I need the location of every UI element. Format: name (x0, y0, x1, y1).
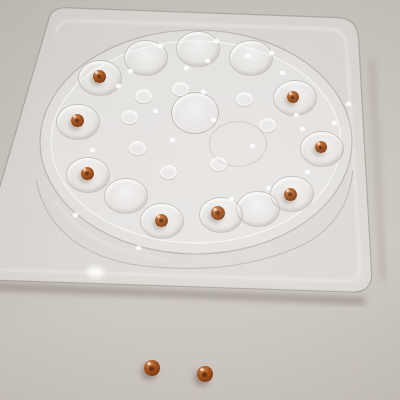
rim-highlight-1 (87, 266, 104, 278)
ring-well-11-empty[interactable] (176, 31, 220, 67)
plastic-sparkle-1 (158, 44, 163, 48)
plastic-sparkle-11 (332, 121, 337, 125)
plastic-sparkle-13 (266, 186, 271, 190)
inner-dimple-5 (210, 157, 227, 171)
inner-dimple-4 (259, 118, 276, 132)
inner-dimple-1 (135, 89, 152, 103)
plastic-sparkle-18 (116, 84, 121, 88)
ring-well-3-empty[interactable] (236, 191, 280, 227)
inner-dimple-7 (129, 141, 146, 155)
plastic-sparkle-15 (201, 90, 206, 94)
ring-well-12-empty[interactable] (229, 40, 273, 76)
plastic-sparkle-12 (90, 148, 95, 152)
ring-well-6-empty[interactable] (104, 178, 148, 214)
inner-dimple-6 (160, 165, 177, 179)
bead-on-tray-8[interactable] (287, 91, 299, 103)
plastic-sparkle-16 (250, 144, 255, 148)
board-layer (0, 0, 400, 400)
plastic-sparkle-4 (269, 51, 274, 55)
plastic-sparkle-22 (73, 213, 78, 217)
center-well[interactable] (171, 92, 219, 134)
loose-bead-1[interactable] (144, 360, 160, 376)
bead-on-tray-5[interactable] (211, 206, 225, 220)
plastic-sparkle-20 (229, 197, 234, 201)
bead-on-tray-7[interactable] (315, 141, 327, 153)
plastic-sparkle-6 (214, 39, 219, 43)
plastic-sparkle-21 (136, 246, 141, 250)
plastic-sparkle-10 (300, 127, 305, 131)
plastic-sparkle-2 (205, 59, 210, 63)
bead-on-tray-4[interactable] (155, 214, 168, 227)
inner-dimple-3 (236, 92, 253, 106)
loose-bead-2[interactable] (197, 366, 213, 382)
plastic-sparkle-3 (245, 54, 250, 58)
inner-dimple-8 (121, 110, 138, 124)
plastic-sparkle-17 (170, 138, 175, 142)
plastic-sparkle-5 (128, 69, 133, 73)
plastic-sparkle-7 (184, 66, 189, 70)
bead-on-tray-3[interactable] (81, 167, 94, 180)
bead-on-tray-1[interactable] (93, 70, 106, 83)
plastic-sparkle-23 (346, 102, 351, 106)
plastic-sparkle-14 (305, 170, 310, 174)
inner-dimple-2 (172, 82, 189, 96)
photo-scene (0, 0, 400, 400)
bead-on-tray-6[interactable] (284, 188, 297, 201)
plastic-sparkle-9 (211, 118, 216, 122)
bead-on-tray-2[interactable] (71, 114, 84, 127)
plastic-sparkle-8 (153, 109, 158, 113)
plastic-sparkle-24 (280, 71, 285, 75)
plastic-sparkle-19 (294, 113, 299, 117)
